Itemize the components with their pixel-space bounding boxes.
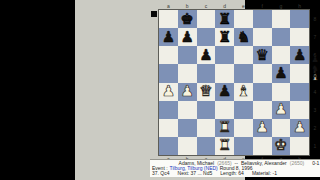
black-pawn: ♟ xyxy=(199,48,212,63)
white-bishop-icon: ♝ xyxy=(311,73,318,82)
square-g3[interactable]: ♟ xyxy=(272,101,291,119)
white-king: ♚ xyxy=(274,138,287,153)
square-c7[interactable] xyxy=(197,28,216,46)
square-h1[interactable] xyxy=(290,137,309,155)
square-c6[interactable]: ♟ xyxy=(197,46,216,64)
black-queen: ♛ xyxy=(255,48,268,63)
square-a2[interactable] xyxy=(159,119,178,137)
square-a3[interactable] xyxy=(159,101,178,119)
square-e4[interactable]: ♝ xyxy=(234,83,253,101)
square-a1[interactable] xyxy=(159,137,178,155)
square-c3[interactable] xyxy=(197,101,216,119)
square-h6[interactable]: ♟ xyxy=(290,46,309,64)
rank-label-4: 4 xyxy=(311,83,319,101)
file-label-e: e xyxy=(234,3,253,9)
square-h5[interactable] xyxy=(290,64,309,82)
square-b6[interactable] xyxy=(178,46,197,64)
square-b4[interactable]: ♟ xyxy=(178,83,197,101)
black-rook: ♜ xyxy=(218,12,231,27)
status-line: 37. Qc4 Next: 37 ... Nd5 Length: 64 Mate… xyxy=(150,171,320,176)
square-f4[interactable] xyxy=(253,83,272,101)
white-pawn: ♟ xyxy=(180,84,193,99)
square-e7[interactable]: ♞ xyxy=(234,28,253,46)
square-d3[interactable] xyxy=(215,101,234,119)
square-b7[interactable]: ♟ xyxy=(178,28,197,46)
square-e5[interactable] xyxy=(234,64,253,82)
black-king: ♚ xyxy=(180,12,193,27)
black-to-move-indicator xyxy=(151,11,157,17)
square-f1[interactable] xyxy=(253,137,272,155)
square-b8[interactable]: ♚ xyxy=(178,10,197,28)
rank-label-8: 8 xyxy=(311,10,319,28)
square-h7[interactable] xyxy=(290,28,309,46)
rank-labels: 87654321 xyxy=(311,10,319,155)
black-pawn: ♟ xyxy=(293,48,306,63)
rank-label-3: 3 xyxy=(311,101,319,119)
square-a7[interactable]: ♟ xyxy=(159,28,178,46)
square-e2[interactable] xyxy=(234,119,253,137)
square-c1[interactable] xyxy=(197,137,216,155)
white-rook: ♜ xyxy=(218,138,231,153)
rank-label-7: 7 xyxy=(311,28,319,46)
square-g1[interactable]: ♚ xyxy=(272,137,291,155)
square-d5[interactable] xyxy=(215,64,234,82)
square-c8[interactable] xyxy=(197,10,216,28)
white-pawn: ♟ xyxy=(293,120,306,135)
square-b3[interactable] xyxy=(178,101,197,119)
white-pawn: ♟ xyxy=(255,120,268,135)
black-pawn: ♟ xyxy=(218,84,231,99)
file-label-g: g xyxy=(272,3,291,9)
video-frame: abcdefgh ♚♜♟♟♜♞♟♛♟♟♟♟♛♟♝♟♜♟♟♜♚ 87654321 … xyxy=(0,0,320,180)
square-f6[interactable]: ♛ xyxy=(253,46,272,64)
black-pawn-icon: ♟ xyxy=(311,55,318,64)
file-label-a: a xyxy=(159,3,178,9)
game-length: Length: 64 xyxy=(220,171,244,176)
black-knight: ♞ xyxy=(237,30,250,45)
square-g7[interactable] xyxy=(272,28,291,46)
square-g4[interactable] xyxy=(272,83,291,101)
square-b2[interactable] xyxy=(178,119,197,137)
square-h3[interactable] xyxy=(290,101,309,119)
game-info-panel: Adams, Michael (2665) -- Beliavsky, Alex… xyxy=(150,159,320,177)
square-h2[interactable]: ♟ xyxy=(290,119,309,137)
file-label-h: h xyxy=(290,3,309,9)
square-e6[interactable] xyxy=(234,46,253,64)
file-label-d: d xyxy=(215,3,234,9)
square-d4[interactable]: ♟ xyxy=(215,83,234,101)
square-a5[interactable] xyxy=(159,64,178,82)
rank-label-1: 1 xyxy=(311,137,319,155)
square-g8[interactable] xyxy=(272,10,291,28)
square-a4[interactable]: ♟ xyxy=(159,83,178,101)
black-knight-icon: ♞ xyxy=(311,64,318,73)
square-d7[interactable]: ♜ xyxy=(215,28,234,46)
square-c4[interactable]: ♛ xyxy=(197,83,216,101)
black-rook: ♜ xyxy=(218,30,231,45)
square-d8[interactable]: ♜ xyxy=(215,10,234,28)
chess-app-panel: abcdefgh ♚♜♟♟♜♞♟♛♟♟♟♟♛♟♝♟♜♟♟♜♚ 87654321 … xyxy=(75,0,245,180)
square-a6[interactable] xyxy=(159,46,178,64)
material-difference-tray: ♟♞♝ xyxy=(310,55,320,82)
square-f5[interactable] xyxy=(253,64,272,82)
square-e1[interactable] xyxy=(234,137,253,155)
black-pawn: ♟ xyxy=(180,30,193,45)
square-g2[interactable] xyxy=(272,119,291,137)
square-e8[interactable] xyxy=(234,10,253,28)
square-b1[interactable] xyxy=(178,137,197,155)
square-c2[interactable] xyxy=(197,119,216,137)
white-pawn: ♟ xyxy=(274,102,287,117)
square-h4[interactable] xyxy=(290,83,309,101)
file-label-b: b xyxy=(178,3,197,9)
square-d1[interactable]: ♜ xyxy=(215,137,234,155)
black-pawn: ♟ xyxy=(162,30,175,45)
square-f3[interactable] xyxy=(253,101,272,119)
white-bishop: ♝ xyxy=(237,84,250,99)
file-label-f: f xyxy=(253,3,272,9)
white-queen: ♛ xyxy=(199,84,212,99)
last-move: 37. Qc4 xyxy=(152,171,170,176)
square-a8[interactable] xyxy=(159,10,178,28)
square-f8[interactable] xyxy=(253,10,272,28)
square-c5[interactable] xyxy=(197,64,216,82)
square-f7[interactable] xyxy=(253,28,272,46)
next-move: Next: 37 ... Nd5 xyxy=(178,171,213,176)
square-g6[interactable] xyxy=(272,46,291,64)
rank-label-2: 2 xyxy=(311,119,319,137)
square-h8[interactable] xyxy=(290,10,309,28)
white-pawn: ♟ xyxy=(162,84,175,99)
square-b5[interactable] xyxy=(178,64,197,82)
square-e3[interactable] xyxy=(234,101,253,119)
square-d2[interactable]: ♜ xyxy=(215,119,234,137)
square-d6[interactable] xyxy=(215,46,234,64)
file-labels-top: abcdefgh xyxy=(159,3,309,9)
square-f2[interactable]: ♟ xyxy=(253,119,272,137)
chess-board: ♚♜♟♟♜♞♟♛♟♟♟♟♛♟♝♟♜♟♟♜♚ xyxy=(159,10,309,155)
white-rook: ♜ xyxy=(218,120,231,135)
black-pawn: ♟ xyxy=(274,66,287,81)
material-balance: Material: -1 xyxy=(252,171,277,176)
file-label-c: c xyxy=(197,3,216,9)
square-g5[interactable]: ♟ xyxy=(272,64,291,82)
